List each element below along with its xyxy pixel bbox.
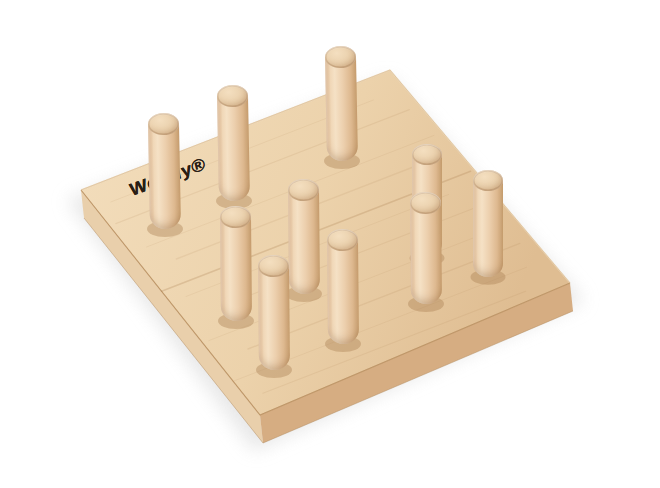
photo-wooden-peg-board: Woody® <box>0 0 660 488</box>
peg-top <box>412 144 442 165</box>
peg-top <box>324 46 355 68</box>
peg-top <box>326 229 357 251</box>
peg-top <box>147 113 178 135</box>
peg-C[interactable] <box>148 124 181 230</box>
peg-G[interactable] <box>327 240 359 344</box>
peg-top <box>257 255 288 277</box>
peg-F[interactable] <box>258 266 290 370</box>
peg-top <box>409 192 440 214</box>
peg-J[interactable] <box>473 180 503 277</box>
peg-top <box>287 179 318 201</box>
peg-top <box>473 170 503 191</box>
peg-D[interactable] <box>220 217 252 321</box>
peg-B[interactable] <box>217 96 250 202</box>
peg-top <box>219 206 250 228</box>
peg-E[interactable] <box>288 190 320 294</box>
peg-A[interactable] <box>325 57 358 162</box>
peg-I[interactable] <box>409 203 441 304</box>
peg-top <box>216 85 247 107</box>
